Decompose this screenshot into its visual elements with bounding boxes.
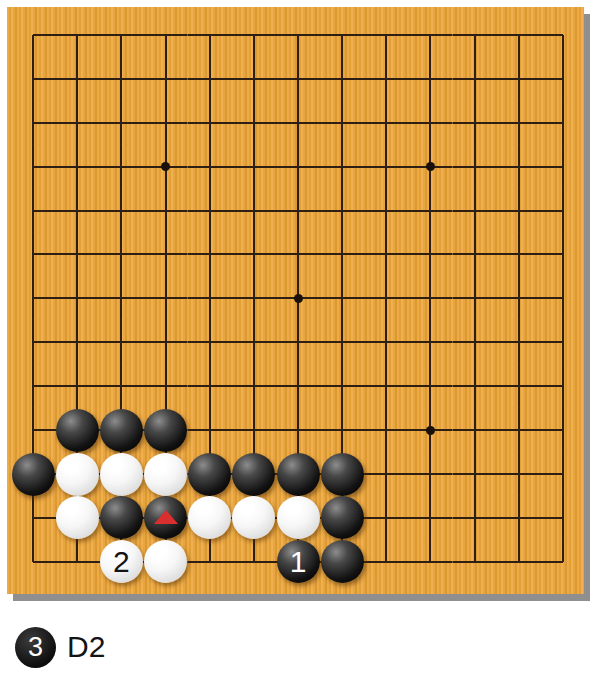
board-cell-M7[interactable] bbox=[497, 276, 541, 320]
black-stone-C2 bbox=[100, 496, 143, 539]
board-cell-C10[interactable] bbox=[99, 145, 143, 189]
board-cell-H2[interactable] bbox=[320, 496, 364, 540]
board-cell-C8[interactable] bbox=[99, 233, 143, 277]
board-cell-K6[interactable] bbox=[408, 320, 452, 364]
board-cell-L12[interactable] bbox=[453, 57, 497, 101]
board-cell-C3[interactable] bbox=[99, 452, 143, 496]
board-cell-H6[interactable] bbox=[320, 320, 364, 364]
board-cell-H12[interactable] bbox=[320, 57, 364, 101]
white-stone-B3 bbox=[56, 453, 99, 496]
board-cell-N9[interactable] bbox=[541, 189, 585, 233]
move-number-label: 1 bbox=[290, 546, 307, 577]
board-cell-F4[interactable] bbox=[232, 408, 276, 452]
board-cell-B4[interactable] bbox=[55, 408, 99, 452]
board-cell-J12[interactable] bbox=[364, 57, 408, 101]
board-cell-L11[interactable] bbox=[453, 101, 497, 145]
board-cell-M9[interactable] bbox=[497, 189, 541, 233]
black-stone-G1: 1 bbox=[277, 540, 320, 583]
board-cell-A13[interactable] bbox=[11, 13, 55, 57]
board-cell-D7[interactable] bbox=[143, 276, 187, 320]
board-cell-H9[interactable] bbox=[320, 189, 364, 233]
board-cell-D1[interactable] bbox=[143, 540, 187, 584]
go-diagram-page: 21 3 D2 bbox=[0, 0, 600, 695]
board-cell-G4[interactable] bbox=[276, 408, 320, 452]
board-cell-E13[interactable] bbox=[188, 13, 232, 57]
board-cell-L4[interactable] bbox=[453, 408, 497, 452]
board-cell-H11[interactable] bbox=[320, 101, 364, 145]
board-cell-J9[interactable] bbox=[364, 189, 408, 233]
board-cell-J6[interactable] bbox=[364, 320, 408, 364]
board-cell-K4[interactable] bbox=[408, 408, 452, 452]
board-cell-G12[interactable] bbox=[276, 57, 320, 101]
board-cell-L1[interactable] bbox=[453, 540, 497, 584]
board-cell-A3[interactable] bbox=[11, 452, 55, 496]
board-cell-F8[interactable] bbox=[232, 233, 276, 277]
board-cell-E6[interactable] bbox=[188, 320, 232, 364]
board-cell-E11[interactable] bbox=[188, 101, 232, 145]
board-cell-E2[interactable] bbox=[188, 496, 232, 540]
board-cell-J7[interactable] bbox=[364, 276, 408, 320]
board-cell-L7[interactable] bbox=[453, 276, 497, 320]
board-cell-F13[interactable] bbox=[232, 13, 276, 57]
board-cell-M4[interactable] bbox=[497, 408, 541, 452]
white-stone-D1 bbox=[144, 540, 187, 583]
board-cell-J2[interactable] bbox=[364, 496, 408, 540]
board-cell-J3[interactable] bbox=[364, 452, 408, 496]
white-stone-G2 bbox=[277, 496, 320, 539]
board-cell-C6[interactable] bbox=[99, 320, 143, 364]
caption-move-number: 3 bbox=[28, 634, 43, 661]
board-cell-E9[interactable] bbox=[188, 189, 232, 233]
board-cell-M11[interactable] bbox=[497, 101, 541, 145]
board-cell-A7[interactable] bbox=[11, 276, 55, 320]
star-point bbox=[426, 426, 435, 435]
black-stone-D2 bbox=[144, 496, 187, 539]
board-cell-N12[interactable] bbox=[541, 57, 585, 101]
board-cell-C7[interactable] bbox=[99, 276, 143, 320]
board-cell-G13[interactable] bbox=[276, 13, 320, 57]
board-cell-K9[interactable] bbox=[408, 189, 452, 233]
board-cell-G2[interactable] bbox=[276, 496, 320, 540]
board-cell-D11[interactable] bbox=[143, 101, 187, 145]
triangle-marker-icon bbox=[154, 510, 178, 524]
board-cell-K2[interactable] bbox=[408, 496, 452, 540]
board-cell-L10[interactable] bbox=[453, 145, 497, 189]
white-stone-D3 bbox=[144, 453, 187, 496]
board-cell-H10[interactable] bbox=[320, 145, 364, 189]
board-cell-C2[interactable] bbox=[99, 496, 143, 540]
caption-black-stone-icon: 3 bbox=[15, 627, 56, 668]
board-cell-B9[interactable] bbox=[55, 189, 99, 233]
board-cell-L2[interactable] bbox=[453, 496, 497, 540]
star-point bbox=[426, 162, 435, 171]
board-cell-G10[interactable] bbox=[276, 145, 320, 189]
board-grid: 21 bbox=[11, 13, 585, 584]
board-cell-C5[interactable] bbox=[99, 364, 143, 408]
board-cell-A6[interactable] bbox=[11, 320, 55, 364]
board-cell-H5[interactable] bbox=[320, 364, 364, 408]
board-cell-J10[interactable] bbox=[364, 145, 408, 189]
board-cell-B13[interactable] bbox=[55, 13, 99, 57]
board-cell-C4[interactable] bbox=[99, 408, 143, 452]
caption-move-coordinate: D2 bbox=[67, 632, 105, 664]
board-cell-K13[interactable] bbox=[408, 13, 452, 57]
board-cell-N11[interactable] bbox=[541, 101, 585, 145]
board-cell-J11[interactable] bbox=[364, 101, 408, 145]
board-cell-G7[interactable] bbox=[276, 276, 320, 320]
black-stone-H3 bbox=[321, 453, 364, 496]
board-cell-M12[interactable] bbox=[497, 57, 541, 101]
board-cell-F9[interactable] bbox=[232, 189, 276, 233]
board-cell-B7[interactable] bbox=[55, 276, 99, 320]
board-cell-F5[interactable] bbox=[232, 364, 276, 408]
white-stone-C3 bbox=[100, 453, 143, 496]
star-point bbox=[294, 294, 303, 303]
board-cell-A8[interactable] bbox=[11, 233, 55, 277]
board-cell-D13[interactable] bbox=[143, 13, 187, 57]
board-cell-D3[interactable] bbox=[143, 452, 187, 496]
board-cell-K10[interactable] bbox=[408, 145, 452, 189]
board-cell-N10[interactable] bbox=[541, 145, 585, 189]
board-cell-K3[interactable] bbox=[408, 452, 452, 496]
board-cell-L6[interactable] bbox=[453, 320, 497, 364]
board-cell-N6[interactable] bbox=[541, 320, 585, 364]
go-board: 21 bbox=[7, 7, 584, 594]
board-cell-K8[interactable] bbox=[408, 233, 452, 277]
board-cell-M8[interactable] bbox=[497, 233, 541, 277]
board-cell-D5[interactable] bbox=[143, 364, 187, 408]
board-cell-E12[interactable] bbox=[188, 57, 232, 101]
board-cell-L8[interactable] bbox=[453, 233, 497, 277]
board-cell-N7[interactable] bbox=[541, 276, 585, 320]
white-stone-F2 bbox=[232, 496, 275, 539]
black-stone-D4 bbox=[144, 409, 187, 452]
star-point bbox=[161, 162, 170, 171]
board-cell-E1[interactable] bbox=[188, 540, 232, 584]
board-cell-D8[interactable] bbox=[143, 233, 187, 277]
board-cell-M2[interactable] bbox=[497, 496, 541, 540]
board-cell-F6[interactable] bbox=[232, 320, 276, 364]
board-cell-D6[interactable] bbox=[143, 320, 187, 364]
board-cell-K5[interactable] bbox=[408, 364, 452, 408]
board-cell-B6[interactable] bbox=[55, 320, 99, 364]
board-cell-K12[interactable] bbox=[408, 57, 452, 101]
board-cell-G8[interactable] bbox=[276, 233, 320, 277]
board-cell-N3[interactable] bbox=[541, 452, 585, 496]
board-cell-F1[interactable] bbox=[232, 540, 276, 584]
black-stone-C4 bbox=[100, 409, 143, 452]
board-cell-J1[interactable] bbox=[364, 540, 408, 584]
board-cell-E7[interactable] bbox=[188, 276, 232, 320]
board-cell-C1[interactable]: 2 bbox=[99, 540, 143, 584]
board-cell-D2[interactable] bbox=[143, 496, 187, 540]
board-cell-A10[interactable] bbox=[11, 145, 55, 189]
board-cell-C9[interactable] bbox=[99, 189, 143, 233]
move-number-label: 2 bbox=[113, 546, 130, 577]
board-cell-A4[interactable] bbox=[11, 408, 55, 452]
board-cell-E5[interactable] bbox=[188, 364, 232, 408]
board-cell-G6[interactable] bbox=[276, 320, 320, 364]
black-stone-A3 bbox=[12, 453, 55, 496]
board-cell-G3[interactable] bbox=[276, 452, 320, 496]
board-cell-M1[interactable] bbox=[497, 540, 541, 584]
board-cell-H4[interactable] bbox=[320, 408, 364, 452]
board-cell-J13[interactable] bbox=[364, 13, 408, 57]
white-stone-E2 bbox=[188, 496, 231, 539]
board-cell-A2[interactable] bbox=[11, 496, 55, 540]
board-cell-H13[interactable] bbox=[320, 13, 364, 57]
board-cell-B10[interactable] bbox=[55, 145, 99, 189]
board-cell-C12[interactable] bbox=[99, 57, 143, 101]
board-cell-B11[interactable] bbox=[55, 101, 99, 145]
board-cell-K1[interactable] bbox=[408, 540, 452, 584]
board-cell-G9[interactable] bbox=[276, 189, 320, 233]
board-cell-B8[interactable] bbox=[55, 233, 99, 277]
board-cell-F2[interactable] bbox=[232, 496, 276, 540]
board-cell-H7[interactable] bbox=[320, 276, 364, 320]
board-cell-B2[interactable] bbox=[55, 496, 99, 540]
black-stone-H2 bbox=[321, 496, 364, 539]
board-cell-H8[interactable] bbox=[320, 233, 364, 277]
board-cell-A5[interactable] bbox=[11, 364, 55, 408]
board-cell-J4[interactable] bbox=[364, 408, 408, 452]
board-cell-C13[interactable] bbox=[99, 13, 143, 57]
board-cell-A1[interactable] bbox=[11, 540, 55, 584]
board-cell-N13[interactable] bbox=[541, 13, 585, 57]
board-cell-F7[interactable] bbox=[232, 276, 276, 320]
board-cell-B1[interactable] bbox=[55, 540, 99, 584]
board-cell-B3[interactable] bbox=[55, 452, 99, 496]
board-cell-L13[interactable] bbox=[453, 13, 497, 57]
board-cell-J8[interactable] bbox=[364, 233, 408, 277]
board-cell-H1[interactable] bbox=[320, 540, 364, 584]
board-cell-G11[interactable] bbox=[276, 101, 320, 145]
board-cell-E4[interactable] bbox=[188, 408, 232, 452]
board-cell-B5[interactable] bbox=[55, 364, 99, 408]
white-stone-C1: 2 bbox=[100, 540, 143, 583]
board-cell-M10[interactable] bbox=[497, 145, 541, 189]
board-cell-M5[interactable] bbox=[497, 364, 541, 408]
board-cell-K7[interactable] bbox=[408, 276, 452, 320]
board-cell-D12[interactable] bbox=[143, 57, 187, 101]
board-cell-E10[interactable] bbox=[188, 145, 232, 189]
board-cell-D9[interactable] bbox=[143, 189, 187, 233]
board-cell-G1[interactable]: 1 bbox=[276, 540, 320, 584]
board-cell-B12[interactable] bbox=[55, 57, 99, 101]
board-cell-F12[interactable] bbox=[232, 57, 276, 101]
board-cell-N2[interactable] bbox=[541, 496, 585, 540]
board-cell-J5[interactable] bbox=[364, 364, 408, 408]
board-cell-H3[interactable] bbox=[320, 452, 364, 496]
board-cell-A12[interactable] bbox=[11, 57, 55, 101]
board-cell-M3[interactable] bbox=[497, 452, 541, 496]
board-cell-M6[interactable] bbox=[497, 320, 541, 364]
black-stone-E3 bbox=[188, 453, 231, 496]
board-cell-K11[interactable] bbox=[408, 101, 452, 145]
board-cell-D10[interactable] bbox=[143, 145, 187, 189]
black-stone-F3 bbox=[232, 453, 275, 496]
black-stone-B4 bbox=[56, 409, 99, 452]
board-cell-A11[interactable] bbox=[11, 101, 55, 145]
board-cell-N4[interactable] bbox=[541, 408, 585, 452]
board-cell-E8[interactable] bbox=[188, 233, 232, 277]
board-cell-F11[interactable] bbox=[232, 101, 276, 145]
board-cell-G5[interactable] bbox=[276, 364, 320, 408]
board-cell-A9[interactable] bbox=[11, 189, 55, 233]
board-cell-F10[interactable] bbox=[232, 145, 276, 189]
board-cell-F3[interactable] bbox=[232, 452, 276, 496]
board-cell-E3[interactable] bbox=[188, 452, 232, 496]
board-cell-M13[interactable] bbox=[497, 13, 541, 57]
black-stone-G3 bbox=[277, 453, 320, 496]
board-cell-L9[interactable] bbox=[453, 189, 497, 233]
move-caption: 3 D2 bbox=[15, 627, 105, 668]
board-cell-L5[interactable] bbox=[453, 364, 497, 408]
board-cell-N1[interactable] bbox=[541, 540, 585, 584]
white-stone-B2 bbox=[56, 496, 99, 539]
board-cell-L3[interactable] bbox=[453, 452, 497, 496]
board-cell-N8[interactable] bbox=[541, 233, 585, 277]
board-cell-N5[interactable] bbox=[541, 364, 585, 408]
board-cell-C11[interactable] bbox=[99, 101, 143, 145]
black-stone-H1 bbox=[321, 540, 364, 583]
board-cell-D4[interactable] bbox=[143, 408, 187, 452]
